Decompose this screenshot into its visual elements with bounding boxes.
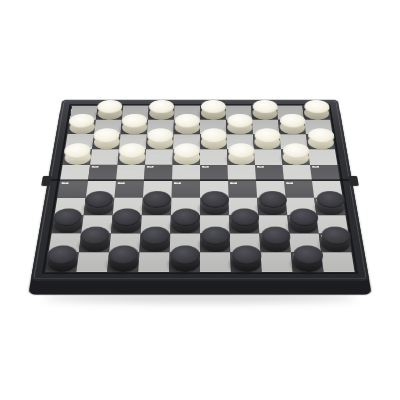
square-r3c4: 12 [146,134,173,149]
piece-top-face [146,128,173,142]
checker-piece-black [52,216,83,234]
square-r6c7: 29 [228,181,257,198]
square-r10c4 [138,252,170,272]
square-r4c2 [90,149,119,165]
piece-top-face [230,208,259,225]
piece-top-face [252,100,278,113]
square-r2c7: 9 [226,120,253,134]
square-number-label: 25 [312,166,319,168]
square-number-label: 22 [147,166,154,168]
square-r8c1: 36 [52,215,84,233]
checker-piece-black [201,198,229,215]
checker-piece-white [227,150,254,165]
piece-top-face [200,100,225,113]
square-r9c2: 41 [79,233,111,252]
checker-piece-white [147,134,173,148]
square-r1c6: 3 [200,106,226,120]
square-r4c5: 18 [173,149,200,165]
square-number-label: 26 [62,182,69,184]
square-r7c2: 31 [84,198,115,215]
checker-piece-white [303,106,330,119]
square-number-label: 21 [92,166,99,168]
piece-top-face [228,143,255,158]
piece-top-face [79,226,110,244]
piece-top-face [63,143,92,158]
piece-top-face [171,208,200,225]
checker-piece-black [260,234,290,252]
piece-top-face [307,128,335,142]
piece-top-face [288,208,318,225]
square-r7c8: 34 [257,198,287,215]
piece-top-face [231,245,262,264]
piece-top-face [260,226,291,244]
board-fold-hinge-line [51,179,349,181]
checker-piece-black [142,198,171,215]
square-number-label: 23 [202,166,209,168]
square-r4c7: 19 [227,149,255,165]
square-r10c3: 47 [107,252,139,272]
piece-top-face [68,114,95,128]
piece-top-face [227,114,253,128]
square-r7c6: 33 [200,198,229,215]
piece-top-face [107,245,138,264]
checker-piece-black [258,198,287,215]
checker-piece-black [201,234,230,252]
piece-top-face [96,100,123,113]
piece-top-face [201,191,229,208]
square-r3c10: 15 [306,134,335,149]
checker-piece-black [79,234,110,252]
piece-top-face [148,100,174,113]
square-r4c3: 17 [118,149,146,165]
piece-top-face [121,114,148,128]
square-number-label: 30 [286,182,293,184]
square-r6c1: 26 [57,181,88,198]
square-r10c7: 49 [230,252,262,272]
square-r2c5: 8 [174,120,200,134]
piece-top-face [279,114,306,128]
checker-piece-black [319,234,351,252]
piece-top-face [303,100,330,113]
hinge-knuckle-right [348,176,359,186]
piece-top-face [140,226,170,244]
piece-top-face [45,245,77,264]
piece-top-face [174,114,200,128]
checker-piece-black [291,253,323,272]
square-r7c4: 32 [142,198,172,215]
square-r4c1: 16 [63,149,92,165]
checker-piece-white [252,106,278,119]
checker-piece-white [307,134,335,148]
piece-top-face [315,191,345,208]
square-r3c6: 13 [200,134,227,149]
checker-piece-white [173,150,199,165]
piece-top-face [173,143,200,158]
square-r8c3: 37 [111,215,142,233]
square-r9c4: 42 [139,233,170,252]
square-r10c1: 46 [45,252,78,272]
checker-piece-black [170,253,200,272]
checker-piece-black [108,253,139,272]
square-r7c10: 35 [314,198,345,215]
checker-piece-black [288,216,318,234]
checker-piece-white [63,150,91,165]
checker-piece-white [121,120,147,134]
square-r3c2: 11 [92,134,120,149]
piece-top-face [201,226,230,244]
checker-piece-black [84,198,114,215]
piece-top-face [84,191,114,208]
checker-piece-black [315,198,345,215]
checker-piece-white [200,134,226,148]
piece-top-face [51,208,82,225]
square-r10c2 [76,252,109,272]
checker-piece-black [171,216,200,234]
checker-piece-black [140,234,170,252]
checker-piece-white [148,106,174,119]
piece-top-face [282,143,310,158]
checker-piece-white [174,120,200,134]
square-r4c4 [145,149,173,165]
square-r10c5: 48 [169,252,200,272]
square-r9c6: 43 [200,233,230,252]
square-r6c5: 28 [171,181,200,198]
square-r10c10 [321,252,354,272]
checker-piece-black [231,253,261,272]
product-photo-scene: 1234567891011121314151617181920212223242… [0,0,400,400]
piece-top-face [92,128,120,142]
piece-top-face [200,128,226,142]
square-r8c7: 39 [229,215,259,233]
square-r4c8 [254,149,282,165]
square-r1c4: 2 [148,106,174,120]
checker-piece-white [200,106,225,119]
square-r1c10: 5 [302,106,330,120]
square-number-label: 28 [174,182,181,184]
checker-piece-white [68,120,95,134]
square-r4c6 [200,149,227,165]
square-r4c9: 20 [281,149,310,165]
square-r1c2: 1 [96,106,123,120]
checkers-board: 1234567891011121314151617181920212223242… [31,100,370,281]
square-r8c5: 38 [170,215,200,233]
square-number-label: 27 [118,182,125,184]
checker-piece-black [230,216,259,234]
square-r1c8: 4 [251,106,278,120]
piece-top-face [142,191,171,208]
square-number-label: 29 [230,182,237,184]
checker-piece-white [227,120,253,134]
square-r9c10: 45 [319,233,352,252]
square-r4c10 [308,149,337,165]
piece-top-face [254,128,281,142]
perspective-wrapper: 1234567891011121314151617181920212223242… [0,0,400,400]
board-grid: 1234567891011121314151617181920212223242… [45,106,354,272]
checker-piece-black [112,216,142,234]
square-r2c9: 10 [278,120,306,134]
square-r10c6 [200,252,231,272]
checker-piece-white [96,106,122,119]
checker-piece-white [93,134,120,148]
piece-top-face [118,143,146,158]
square-r10c8 [261,252,293,272]
checker-piece-white [253,134,280,148]
square-r2c3: 7 [121,120,148,134]
checker-piece-white [281,150,309,165]
square-r6c9: 30 [284,181,314,198]
piece-top-face [111,208,141,225]
square-number-label: 24 [257,166,264,168]
piece-top-face [169,245,199,264]
square-r2c1: 6 [68,120,96,134]
square-r9c8: 44 [259,233,290,252]
checker-piece-white [118,150,145,165]
checker-piece-white [279,120,306,134]
square-r6c3: 27 [114,181,144,198]
checker-piece-black [46,253,78,272]
piece-top-face [292,245,324,264]
square-r3c8: 14 [253,134,281,149]
piece-top-face [258,191,287,208]
square-r8c9: 40 [287,215,318,233]
square-r10c9: 50 [291,252,324,272]
